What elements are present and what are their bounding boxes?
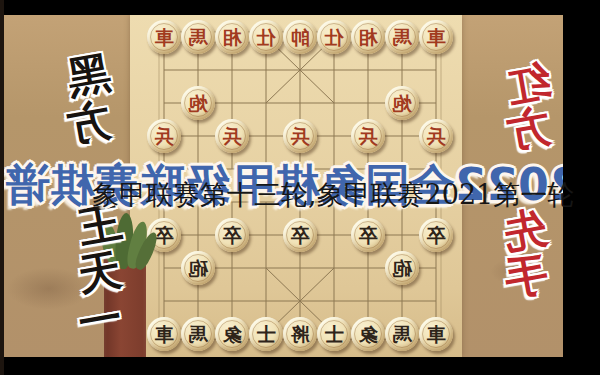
- red-piece-仕: 仕: [317, 20, 351, 54]
- piece-glyph: 兵: [283, 119, 317, 153]
- piece-glyph: 兵: [147, 119, 181, 153]
- piece-glyph: 士: [249, 317, 283, 351]
- red-piece-兵: 兵: [351, 119, 385, 153]
- black-piece-砲: 砲: [181, 251, 215, 285]
- red-piece-炮: 炮: [181, 86, 215, 120]
- piece-glyph: 仕: [249, 20, 283, 54]
- black-piece-卒: 卒: [215, 218, 249, 252]
- label-char: 方: [63, 97, 114, 151]
- red-piece-車: 車: [147, 20, 181, 54]
- label-char: 方: [491, 103, 553, 159]
- piece-glyph: 將: [283, 317, 317, 351]
- piece-glyph: 卒: [351, 218, 385, 252]
- letterbox-top: [0, 0, 600, 15]
- black-piece-卒: 卒: [351, 218, 385, 252]
- red-piece-相: 相: [215, 20, 249, 54]
- piece-glyph: 炮: [385, 86, 419, 120]
- red-piece-兵: 兵: [283, 119, 317, 153]
- video-thumbnail: 車馬相仕帥仕相馬車炮炮兵兵兵兵兵卒卒卒卒卒砲砲車馬象士將士象馬車 黑方 王天一 …: [0, 0, 600, 375]
- red-piece-帥: 帥: [283, 20, 317, 54]
- letterbox-left: [0, 0, 4, 375]
- black-piece-士: 士: [317, 317, 351, 351]
- black-piece-車: 車: [419, 317, 453, 351]
- black-side-label: 黑方: [55, 53, 110, 147]
- black-piece-砲: 砲: [385, 251, 419, 285]
- piece-glyph: 車: [419, 20, 453, 54]
- page-title: 象甲联赛第十三轮,象甲联赛2021第一轮: [92, 177, 574, 213]
- piece-glyph: 仕: [317, 20, 351, 54]
- red-piece-仕: 仕: [249, 20, 283, 54]
- label-char: 手: [496, 250, 550, 304]
- piece-glyph: 馬: [385, 20, 419, 54]
- black-piece-士: 士: [249, 317, 283, 351]
- piece-glyph: 兵: [215, 119, 249, 153]
- black-piece-卒: 卒: [419, 218, 453, 252]
- piece-glyph: 兵: [419, 119, 453, 153]
- red-piece-馬: 馬: [385, 20, 419, 54]
- piece-glyph: 象: [215, 317, 249, 351]
- red-piece-車: 車: [419, 20, 453, 54]
- red-first-move-label: 先手: [504, 207, 547, 301]
- piece-glyph: 相: [351, 20, 385, 54]
- piece-glyph: 馬: [181, 317, 215, 351]
- black-piece-馬: 馬: [385, 317, 419, 351]
- piece-glyph: 車: [147, 317, 181, 351]
- black-piece-馬: 馬: [181, 317, 215, 351]
- piece-glyph: 士: [317, 317, 351, 351]
- black-piece-卒: 卒: [283, 218, 317, 252]
- red-piece-兵: 兵: [419, 119, 453, 153]
- black-player-name: 王天一: [62, 203, 121, 344]
- red-piece-炮: 炮: [385, 86, 419, 120]
- black-piece-象: 象: [351, 317, 385, 351]
- red-piece-兵: 兵: [215, 119, 249, 153]
- label-char: 红: [503, 57, 554, 111]
- red-piece-相: 相: [351, 20, 385, 54]
- piece-glyph: 馬: [181, 20, 215, 54]
- piece-glyph: 卒: [419, 218, 453, 252]
- piece-glyph: 帥: [283, 20, 317, 54]
- black-piece-象: 象: [215, 317, 249, 351]
- label-char: 一: [74, 294, 125, 348]
- piece-glyph: 砲: [181, 251, 215, 285]
- piece-glyph: 卒: [283, 218, 317, 252]
- red-piece-馬: 馬: [181, 20, 215, 54]
- red-piece-兵: 兵: [147, 119, 181, 153]
- black-piece-車: 車: [147, 317, 181, 351]
- piece-glyph: 卒: [215, 218, 249, 252]
- piece-glyph: 車: [147, 20, 181, 54]
- piece-glyph: 炮: [181, 86, 215, 120]
- red-side-label: 红方: [507, 60, 550, 154]
- letterbox-bottom: [0, 357, 600, 375]
- piece-glyph: 砲: [385, 251, 419, 285]
- piece-glyph: 兵: [351, 119, 385, 153]
- piece-glyph: 車: [419, 317, 453, 351]
- piece-glyph: 馬: [385, 317, 419, 351]
- piece-glyph: 相: [215, 20, 249, 54]
- black-piece-將: 將: [283, 317, 317, 351]
- piece-glyph: 象: [351, 317, 385, 351]
